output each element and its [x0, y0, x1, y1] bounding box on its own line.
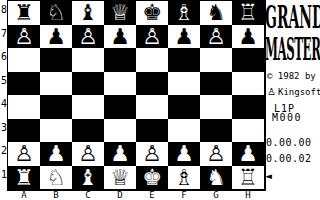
move-counter: M000 [272, 113, 302, 123]
file-label-d: D [104, 191, 136, 200]
file-label-h: H [232, 191, 264, 200]
square-g4[interactable] [200, 95, 232, 119]
square-h2[interactable]: ♟ [232, 142, 264, 166]
square-g2[interactable]: ♙ [200, 142, 232, 166]
file-label-g: G [200, 191, 232, 200]
app-title-line1: GRAND [265, 3, 320, 34]
publisher-line: ♙ Kingsoft [267, 87, 320, 97]
square-h1[interactable]: ♖ [232, 166, 264, 190]
square-b1[interactable]: ♘ [40, 166, 72, 190]
square-d1[interactable]: ♕ [104, 166, 136, 190]
square-f4[interactable] [168, 95, 200, 119]
clock-bottom: 0.00.02 [266, 154, 312, 164]
square-g1[interactable]: ♞ [200, 166, 232, 190]
square-e2[interactable]: ♙ [136, 142, 168, 166]
piece-white-pawn[interactable]: ♙ [78, 142, 98, 165]
piece-white-pawn[interactable]: ♟ [46, 142, 66, 165]
square-b3[interactable] [40, 119, 72, 143]
square-d8[interactable]: ♕ [104, 1, 136, 25]
square-f8[interactable]: ♗ [168, 1, 200, 25]
file-label-c: C [72, 191, 104, 200]
piece-black-pawn[interactable]: ♙ [142, 25, 162, 48]
piece-black-queen[interactable]: ♕ [110, 1, 130, 24]
square-c1[interactable]: ♝ [72, 166, 104, 190]
square-b5[interactable] [40, 72, 72, 96]
piece-white-pawn[interactable]: ♙ [206, 142, 226, 165]
square-c3[interactable] [72, 119, 104, 143]
piece-black-pawn[interactable]: ♟ [46, 25, 66, 48]
file-label-f: F [168, 191, 200, 200]
piece-white-bishop[interactable]: ♝ [78, 166, 98, 189]
file-label-a: A [8, 191, 40, 200]
piece-white-queen[interactable]: ♕ [110, 166, 130, 189]
square-g5[interactable] [200, 72, 232, 96]
piece-white-king[interactable]: ♚ [142, 166, 162, 189]
piece-black-pawn[interactable]: ♟ [238, 25, 258, 48]
file-label-e: E [136, 191, 168, 200]
square-a8[interactable]: ♜ [8, 1, 40, 25]
square-e8[interactable]: ♚ [136, 1, 168, 25]
square-h4[interactable] [232, 95, 264, 119]
piece-white-bishop[interactable]: ♗ [174, 166, 194, 189]
square-a2[interactable]: ♙ [8, 142, 40, 166]
publisher-name: Kingsoft [278, 88, 320, 97]
square-f5[interactable] [168, 72, 200, 96]
square-h7[interactable]: ♟ [232, 25, 264, 49]
square-c2[interactable]: ♙ [72, 142, 104, 166]
piece-white-knight[interactable]: ♘ [46, 166, 66, 189]
app-title-line2: MASTER [265, 35, 320, 66]
square-h6[interactable] [232, 48, 264, 72]
piece-black-king[interactable]: ♚ [142, 1, 162, 24]
square-b6[interactable] [40, 48, 72, 72]
pawn-icon: ♙ [267, 87, 276, 97]
piece-black-pawn[interactable]: ♟ [174, 25, 194, 48]
square-c5[interactable] [72, 72, 104, 96]
piece-white-pawn[interactable]: ♙ [142, 142, 162, 165]
piece-white-pawn[interactable]: ♟ [238, 142, 258, 165]
piece-black-bishop[interactable]: ♗ [174, 1, 194, 24]
square-e6[interactable] [136, 48, 168, 72]
piece-black-pawn[interactable]: ♙ [78, 25, 98, 48]
file-labels: ABCDEFGH [8, 191, 264, 200]
piece-white-pawn[interactable]: ♟ [174, 142, 194, 165]
piece-white-pawn[interactable]: ♟ [110, 142, 130, 165]
square-e1[interactable]: ♚ [136, 166, 168, 190]
piece-white-knight[interactable]: ♞ [206, 166, 226, 189]
square-f3[interactable] [168, 119, 200, 143]
square-f2[interactable]: ♟ [168, 142, 200, 166]
square-h5[interactable] [232, 72, 264, 96]
square-d4[interactable] [104, 95, 136, 119]
square-b2[interactable]: ♟ [40, 142, 72, 166]
square-h8[interactable]: ♖ [232, 1, 264, 25]
file-label-b: B [40, 191, 72, 200]
piece-white-rook[interactable]: ♜ [14, 166, 34, 189]
grand-master-chess-screen: 87654321 ♜♘♝♕♚♗♞♖♙♟♙♟♙♟♙♟♙♟♙♟♙♟♙♟♜♘♝♕♚♗♞… [0, 0, 320, 200]
piece-black-rook[interactable]: ♜ [14, 1, 34, 24]
piece-black-rook[interactable]: ♖ [238, 1, 258, 24]
square-h3[interactable] [232, 119, 264, 143]
piece-white-rook[interactable]: ♖ [238, 166, 258, 189]
piece-black-pawn[interactable]: ♙ [14, 25, 34, 48]
square-b8[interactable]: ♘ [40, 1, 72, 25]
square-a6[interactable] [8, 48, 40, 72]
square-a5[interactable] [8, 72, 40, 96]
square-d3[interactable] [104, 119, 136, 143]
square-e3[interactable] [136, 119, 168, 143]
square-e7[interactable]: ♙ [136, 25, 168, 49]
square-a1[interactable]: ♜ [8, 166, 40, 190]
square-f1[interactable]: ♗ [168, 166, 200, 190]
square-b7[interactable]: ♟ [40, 25, 72, 49]
piece-black-knight[interactable]: ♞ [206, 1, 226, 24]
square-g3[interactable] [200, 119, 232, 143]
square-g7[interactable]: ♙ [200, 25, 232, 49]
clock-top: 0.00.00 [266, 138, 312, 148]
square-g8[interactable]: ♞ [200, 1, 232, 25]
square-e5[interactable] [136, 72, 168, 96]
piece-black-pawn[interactable]: ♟ [110, 25, 130, 48]
chess-board[interactable]: ♜♘♝♕♚♗♞♖♙♟♙♟♙♟♙♟♙♟♙♟♙♟♙♟♜♘♝♕♚♗♞♖ [7, 0, 266, 191]
piece-black-pawn[interactable]: ♙ [206, 25, 226, 48]
piece-black-bishop[interactable]: ♝ [78, 1, 98, 24]
piece-black-knight[interactable]: ♘ [46, 1, 66, 24]
side-panel: GRAND MASTER © 1982 by ♙ Kingsoft L1P M0… [264, 0, 320, 200]
square-d7[interactable]: ♟ [104, 25, 136, 49]
copyright-text: © 1982 by [267, 72, 316, 81]
square-a4[interactable] [8, 95, 40, 119]
square-b4[interactable] [40, 95, 72, 119]
square-c4[interactable] [72, 95, 104, 119]
piece-white-pawn[interactable]: ♙ [14, 142, 34, 165]
square-f7[interactable]: ♟ [168, 25, 200, 49]
square-g6[interactable] [200, 48, 232, 72]
square-f6[interactable] [168, 48, 200, 72]
square-a7[interactable]: ♙ [8, 25, 40, 49]
square-a3[interactable] [8, 119, 40, 143]
square-c7[interactable]: ♙ [72, 25, 104, 49]
square-d2[interactable]: ♟ [104, 142, 136, 166]
square-c6[interactable] [72, 48, 104, 72]
square-c8[interactable]: ♝ [72, 1, 104, 25]
square-d5[interactable] [104, 72, 136, 96]
square-e4[interactable] [136, 95, 168, 119]
square-d6[interactable] [104, 48, 136, 72]
turn-indicator-arrow: ◄ [265, 172, 272, 181]
